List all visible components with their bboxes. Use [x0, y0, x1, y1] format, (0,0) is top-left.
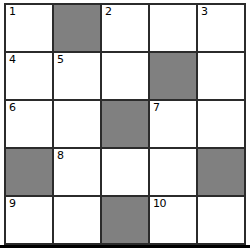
clue-number-4: 4 [9, 54, 16, 65]
cell-r3c4[interactable]: 7 [150, 101, 196, 147]
bottom-rule [0, 245, 250, 248]
clue-number-6: 6 [9, 102, 16, 113]
cell-r3c2[interactable] [54, 101, 100, 147]
block-cell-r4c1 [6, 149, 52, 195]
cell-r5c1[interactable]: 9 [6, 197, 52, 243]
clue-number-7: 7 [153, 102, 160, 113]
clue-number-2: 2 [105, 6, 112, 17]
cell-r1c4[interactable] [150, 5, 196, 51]
cell-r2c5[interactable] [198, 53, 244, 99]
block-cell-r2c4 [150, 53, 196, 99]
cell-r2c3[interactable] [102, 53, 148, 99]
block-cell-r1c2 [54, 5, 100, 51]
clue-number-5: 5 [57, 54, 64, 65]
cell-r3c1[interactable]: 6 [6, 101, 52, 147]
cell-r3c5[interactable] [198, 101, 244, 147]
cell-r1c1[interactable]: 1 [6, 5, 52, 51]
crossword-grid: 12345678910 [4, 3, 246, 245]
cell-r1c5[interactable]: 3 [198, 5, 244, 51]
clue-number-3: 3 [201, 6, 208, 17]
cell-r4c2[interactable]: 8 [54, 149, 100, 195]
cell-r5c2[interactable] [54, 197, 100, 243]
clue-number-9: 9 [9, 198, 16, 209]
cell-r2c1[interactable]: 4 [6, 53, 52, 99]
block-cell-r3c3 [102, 101, 148, 147]
block-cell-r5c3 [102, 197, 148, 243]
cell-r4c3[interactable] [102, 149, 148, 195]
cell-r4c4[interactable] [150, 149, 196, 195]
clue-number-10: 10 [153, 198, 166, 209]
cell-r2c2[interactable]: 5 [54, 53, 100, 99]
cell-r1c3[interactable]: 2 [102, 5, 148, 51]
clue-number-8: 8 [57, 150, 64, 161]
block-cell-r4c5 [198, 149, 244, 195]
clue-number-1: 1 [9, 6, 16, 17]
cell-r5c5[interactable] [198, 197, 244, 243]
cell-r5c4[interactable]: 10 [150, 197, 196, 243]
